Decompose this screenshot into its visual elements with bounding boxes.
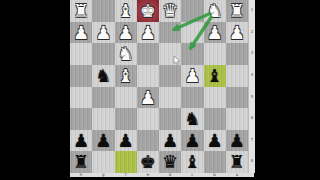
square-c8[interactable]: ♝ [181,151,203,173]
white-bishop[interactable]: ♝ [115,0,137,22]
black-rook[interactable]: ♜ [70,151,92,173]
square-c7[interactable]: ♟ [181,130,203,152]
square-c3[interactable] [181,43,203,65]
square-d5[interactable] [159,87,181,109]
square-e1[interactable]: ♚ [137,0,159,22]
square-c4[interactable]: ♟ [181,65,203,87]
square-f2[interactable]: ♟ [115,22,137,44]
square-a7[interactable]: ♟ [226,130,248,152]
square-b3[interactable] [204,43,226,65]
file-label-h: h [70,173,92,177]
square-g7[interactable]: ♟ [92,130,114,152]
square-d2[interactable] [159,22,181,44]
white-bishop[interactable]: ♝ [115,65,137,87]
black-pawn[interactable]: ♟ [92,130,114,152]
white-pawn[interactable]: ♟ [226,22,248,44]
white-pawn[interactable]: ♟ [115,22,137,44]
rank-label-6: 6 [249,108,255,130]
white-pawn[interactable]: ♟ [204,22,226,44]
square-f7[interactable]: ♟ [115,130,137,152]
black-pawn[interactable]: ♟ [181,130,203,152]
black-king[interactable]: ♚ [137,151,159,173]
square-e2[interactable]: ♟ [137,22,159,44]
square-e5[interactable]: ♟ [137,87,159,109]
file-label-a: a [226,173,248,177]
square-a4[interactable] [226,65,248,87]
square-h6[interactable] [70,108,92,130]
rank-label-7: 7 [249,130,255,152]
rank-label-3: 3 [249,43,255,65]
white-pawn[interactable]: ♟ [70,22,92,44]
square-b7[interactable]: ♟ [204,130,226,152]
square-h3[interactable] [70,43,92,65]
black-pawn[interactable]: ♟ [204,130,226,152]
square-e7[interactable] [137,130,159,152]
rank-label-5: 5 [249,87,255,109]
square-g6[interactable] [92,108,114,130]
square-h7[interactable]: ♟ [70,130,92,152]
square-c1[interactable] [181,0,203,22]
white-pawn[interactable]: ♟ [137,87,159,109]
square-a5[interactable] [226,87,248,109]
square-d4[interactable] [159,65,181,87]
square-e4[interactable] [137,65,159,87]
black-pawn[interactable]: ♟ [226,130,248,152]
square-a2[interactable]: ♟ [226,22,248,44]
square-d8[interactable]: ♛ [159,151,181,173]
black-pawn[interactable]: ♟ [115,130,137,152]
black-queen[interactable]: ♛ [159,151,181,173]
square-d7[interactable]: ♟ [159,130,181,152]
white-rook[interactable]: ♜ [226,0,248,22]
square-f8[interactable] [115,151,137,173]
square-g4[interactable]: ♞ [92,65,114,87]
square-b8[interactable] [204,151,226,173]
square-g2[interactable]: ♟ [92,22,114,44]
square-g3[interactable] [92,43,114,65]
square-e8[interactable]: ♚ [137,151,159,173]
chess-board[interactable]: ♜♝♚♛♞♜♟♟♟♟♟♟♞♞♝♟♝♟♞♟♟♟♟♟♟♟♜♚♛♝♜ [70,0,248,173]
white-knight[interactable]: ♞ [115,43,137,65]
white-pawn[interactable]: ♟ [181,65,203,87]
square-h4[interactable] [70,65,92,87]
square-e3[interactable] [137,43,159,65]
square-g8[interactable] [92,151,114,173]
rank-label-4: 4 [249,65,255,87]
square-f5[interactable] [115,87,137,109]
square-a1[interactable]: ♜ [226,0,248,22]
white-pawn[interactable]: ♟ [137,22,159,44]
square-c2[interactable] [181,22,203,44]
rank-label-1: 1 [249,0,255,22]
white-pawn[interactable]: ♟ [92,22,114,44]
square-h1[interactable]: ♜ [70,0,92,22]
square-b5[interactable] [204,87,226,109]
square-f4[interactable]: ♝ [115,65,137,87]
square-f1[interactable]: ♝ [115,0,137,22]
square-a8[interactable]: ♜ [226,151,248,173]
file-label-e: e [137,173,159,177]
file-label-f: f [115,173,137,177]
square-c6[interactable]: ♞ [181,108,203,130]
black-knight[interactable]: ♞ [181,108,203,130]
black-pawn[interactable]: ♟ [70,130,92,152]
square-f6[interactable] [115,108,137,130]
square-d3[interactable] [159,43,181,65]
square-d6[interactable] [159,108,181,130]
video-frame: ♜♝♚♛♞♜♟♟♟♟♟♟♞♞♝♟♝♟♞♟♟♟♟♟♟♟♜♚♛♝♜ 12345678… [0,0,320,180]
white-knight[interactable]: ♞ [204,0,226,22]
square-h8[interactable]: ♜ [70,151,92,173]
black-bishop[interactable]: ♝ [181,151,203,173]
square-e6[interactable] [137,108,159,130]
square-a3[interactable] [226,43,248,65]
square-h5[interactable] [70,87,92,109]
file-label-c: c [181,173,203,177]
square-c5[interactable] [181,87,203,109]
square-d1[interactable]: ♛ [159,0,181,22]
square-b1[interactable]: ♞ [204,0,226,22]
black-bishop[interactable]: ♝ [204,65,226,87]
white-king[interactable]: ♚ [137,0,159,22]
black-pawn[interactable]: ♟ [159,130,181,152]
black-rook[interactable]: ♜ [226,151,248,173]
square-b6[interactable] [204,108,226,130]
file-label-b: b [204,173,226,177]
file-label-d: d [159,173,181,177]
square-b4[interactable]: ♝ [204,65,226,87]
white-rook[interactable]: ♜ [70,0,92,22]
black-knight[interactable]: ♞ [92,65,114,87]
square-g1[interactable] [92,0,114,22]
square-a6[interactable] [226,108,248,130]
rank-label-8: 8 [249,151,255,173]
white-queen[interactable]: ♛ [159,0,181,22]
rank-label-2: 2 [249,22,255,44]
file-labels: hgfedcba [70,173,254,177]
file-label-g: g [92,173,114,177]
square-h2[interactable]: ♟ [70,22,92,44]
square-f3[interactable]: ♞ [115,43,137,65]
rank-labels: 12345678 [248,0,255,173]
square-g5[interactable] [92,87,114,109]
square-b2[interactable]: ♟ [204,22,226,44]
